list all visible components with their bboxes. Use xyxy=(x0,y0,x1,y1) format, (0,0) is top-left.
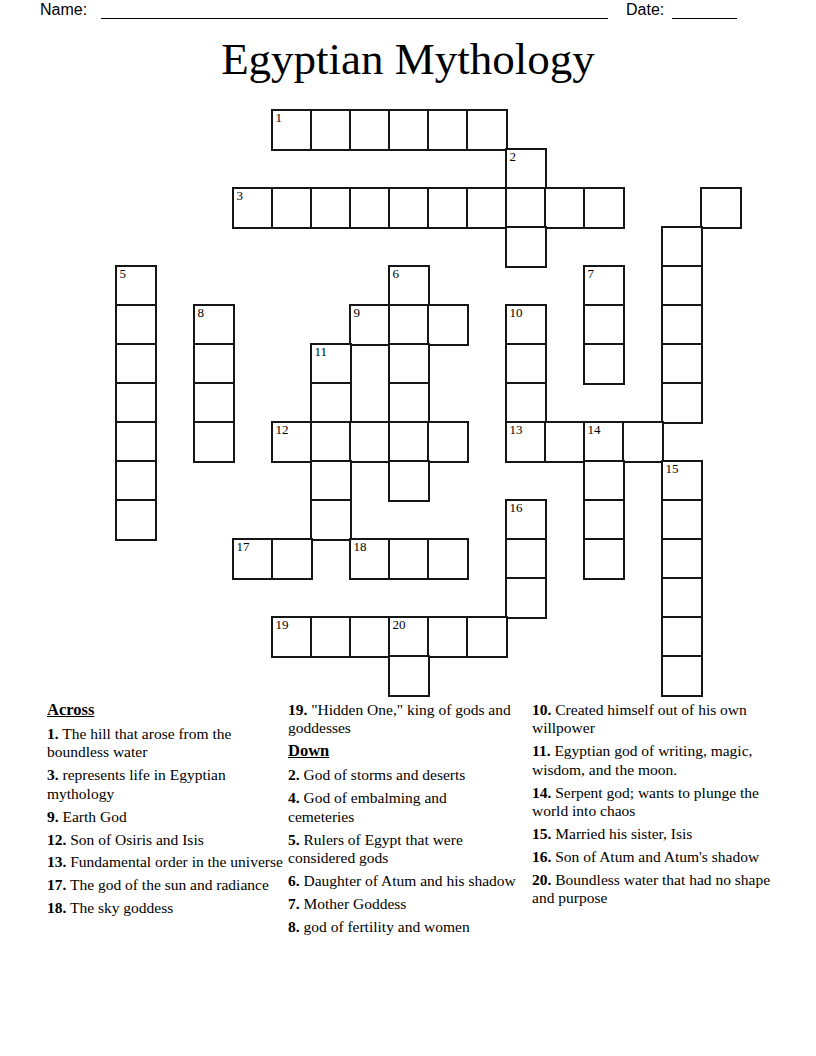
cell-number-6: 6 xyxy=(393,267,400,281)
cell-number-15: 15 xyxy=(666,462,679,476)
cell-r13c8[interactable] xyxy=(427,616,469,658)
cell-r13c6[interactable] xyxy=(349,616,391,658)
cell-r4c14[interactable] xyxy=(661,265,703,307)
cell-r0c4[interactable]: 1 xyxy=(271,109,313,151)
cell-number-8: 8 xyxy=(198,306,205,320)
cell-r13c5[interactable] xyxy=(310,616,352,658)
clue-6-down: 6. Daughter of Atum and his shadow xyxy=(288,872,516,890)
cell-r7c0[interactable] xyxy=(115,382,157,424)
cell-r14c14[interactable] xyxy=(661,655,703,697)
cell-r11c4[interactable] xyxy=(271,538,313,580)
across-heading: Across xyxy=(47,701,289,719)
cell-r1c10[interactable]: 2 xyxy=(505,148,547,190)
cell-r11c6[interactable]: 18 xyxy=(349,538,391,580)
clue-3-across: 3. represents life in Egyptian mythology xyxy=(47,766,289,803)
cell-number-14: 14 xyxy=(588,423,601,437)
crossword-grid: 123567891011121314151617181920 xyxy=(115,109,703,697)
cell-r10c12[interactable] xyxy=(583,499,625,541)
cell-r2c12[interactable] xyxy=(583,187,625,229)
cell-r5c14[interactable] xyxy=(661,304,703,346)
cell-r11c10[interactable] xyxy=(505,538,547,580)
cell-r7c7[interactable] xyxy=(388,382,430,424)
cell-r9c5[interactable] xyxy=(310,460,352,502)
cell-number-3: 3 xyxy=(237,189,244,203)
cell-r6c14[interactable] xyxy=(661,343,703,385)
cell-r4c7[interactable]: 6 xyxy=(388,265,430,307)
clue-2-down: 2. God of storms and deserts xyxy=(288,766,516,784)
clue-7-down: 7. Mother Goddess xyxy=(288,895,516,913)
cell-r10c5[interactable] xyxy=(310,499,352,541)
cell-r8c4[interactable]: 12 xyxy=(271,421,313,463)
cell-r2c8[interactable] xyxy=(427,187,469,229)
cell-r8c7[interactable] xyxy=(388,421,430,463)
cell-r2c15[interactable] xyxy=(700,187,742,229)
cell-number-2: 2 xyxy=(510,150,517,164)
cell-number-12: 12 xyxy=(276,423,289,437)
cell-r11c3[interactable]: 17 xyxy=(232,538,274,580)
cell-r14c7[interactable] xyxy=(388,655,430,697)
cell-r3c14[interactable] xyxy=(661,226,703,268)
cell-number-20: 20 xyxy=(393,618,406,632)
name-label: Name: xyxy=(40,2,87,18)
cell-number-18: 18 xyxy=(354,540,367,554)
cell-r9c7[interactable] xyxy=(388,460,430,502)
cell-r2c11[interactable] xyxy=(544,187,586,229)
cell-r7c2[interactable] xyxy=(193,382,235,424)
cell-r2c9[interactable] xyxy=(466,187,508,229)
cell-r10c14[interactable] xyxy=(661,499,703,541)
clues-column-3: 10. Created himself out of his own willp… xyxy=(532,701,774,912)
clues-column-2: 19. "Hidden One," king of gods and godde… xyxy=(288,701,516,941)
cell-r5c12[interactable] xyxy=(583,304,625,346)
clue-17-across: 17. The god of the sun and radiance xyxy=(47,876,289,894)
cell-r5c6[interactable]: 9 xyxy=(349,304,391,346)
cell-r9c14[interactable]: 15 xyxy=(661,460,703,502)
cell-r9c12[interactable] xyxy=(583,460,625,502)
cell-number-13: 13 xyxy=(510,423,523,437)
cell-r2c10[interactable] xyxy=(505,187,547,229)
cell-number-17: 17 xyxy=(237,540,250,554)
worksheet: Name: Date: Egyptian Mythology 123567891… xyxy=(0,0,816,1056)
cell-r11c12[interactable] xyxy=(583,538,625,580)
cell-number-5: 5 xyxy=(120,267,127,281)
cell-r5c8[interactable] xyxy=(427,304,469,346)
cell-r13c7[interactable]: 20 xyxy=(388,616,430,658)
cell-r0c5[interactable] xyxy=(310,109,352,151)
name-fill-in-line[interactable] xyxy=(101,17,608,19)
date-fill-in-line[interactable] xyxy=(672,17,737,19)
cell-r5c0[interactable] xyxy=(115,304,157,346)
cell-r13c9[interactable] xyxy=(466,616,508,658)
cell-r12c10[interactable] xyxy=(505,577,547,619)
cell-r7c10[interactable] xyxy=(505,382,547,424)
cell-r2c3[interactable]: 3 xyxy=(232,187,274,229)
cell-r9c0[interactable] xyxy=(115,460,157,502)
page-title: Egyptian Mythology xyxy=(0,33,816,85)
cell-r8c2[interactable] xyxy=(193,421,235,463)
cell-r2c4[interactable] xyxy=(271,187,313,229)
cell-number-7: 7 xyxy=(588,267,595,281)
cell-r2c7[interactable] xyxy=(388,187,430,229)
cell-number-1: 1 xyxy=(276,111,283,125)
cell-r8c6[interactable] xyxy=(349,421,391,463)
cell-r8c11[interactable] xyxy=(544,421,586,463)
cell-r5c10[interactable]: 10 xyxy=(505,304,547,346)
clue-4-down: 4. God of embalming and cemeteries xyxy=(288,789,516,826)
cell-r5c7[interactable] xyxy=(388,304,430,346)
cell-r6c0[interactable] xyxy=(115,343,157,385)
cell-number-10: 10 xyxy=(510,306,523,320)
clue-1-across: 1. The hill that arose from the boundles… xyxy=(47,725,289,762)
cell-r0c9[interactable] xyxy=(466,109,508,151)
cell-r11c8[interactable] xyxy=(427,538,469,580)
cell-r6c12[interactable] xyxy=(583,343,625,385)
cell-number-9: 9 xyxy=(354,306,361,320)
cell-r6c10[interactable] xyxy=(505,343,547,385)
down-heading: Down xyxy=(288,742,516,760)
cell-r6c7[interactable] xyxy=(388,343,430,385)
clue-16-down: 16. Son of Atum and Atum's shadow xyxy=(532,848,774,866)
cell-r5c2[interactable]: 8 xyxy=(193,304,235,346)
cell-r7c14[interactable] xyxy=(661,382,703,424)
cell-number-11: 11 xyxy=(315,345,328,359)
date-label: Date: xyxy=(626,2,664,18)
cell-r8c10[interactable]: 13 xyxy=(505,421,547,463)
clue-11-down: 11. Egyptian god of writing, magic, wisd… xyxy=(532,742,774,779)
cell-r4c12[interactable]: 7 xyxy=(583,265,625,307)
cell-r0c6[interactable] xyxy=(349,109,391,151)
cell-r8c5[interactable] xyxy=(310,421,352,463)
cell-r3c10[interactable] xyxy=(505,226,547,268)
clue-13-across: 13. Fundamental order in the universe xyxy=(47,853,289,871)
cell-r7c5[interactable] xyxy=(310,382,352,424)
cell-r2c6[interactable] xyxy=(349,187,391,229)
cell-r8c12[interactable]: 14 xyxy=(583,421,625,463)
clue-19-across: 19. "Hidden One," king of gods and godde… xyxy=(288,701,516,738)
cell-r8c8[interactable] xyxy=(427,421,469,463)
cell-r0c8[interactable] xyxy=(427,109,469,151)
cell-r13c14[interactable] xyxy=(661,616,703,658)
clue-8-down: 8. god of fertility and women xyxy=(288,918,516,936)
cell-r6c2[interactable] xyxy=(193,343,235,385)
cell-r4c0[interactable]: 5 xyxy=(115,265,157,307)
cell-r8c13[interactable] xyxy=(622,421,664,463)
cell-r10c10[interactable]: 16 xyxy=(505,499,547,541)
clue-9-across: 9. Earth God xyxy=(47,808,289,826)
cell-number-16: 16 xyxy=(510,501,523,515)
clue-14-down: 14. Serpent god; wants to plunge the wor… xyxy=(532,784,774,821)
clue-10-down: 10. Created himself out of his own willp… xyxy=(532,701,774,738)
cell-r12c14[interactable] xyxy=(661,577,703,619)
clues-column-1: Across 1. The hill that arose from the b… xyxy=(47,701,289,922)
clue-5-down: 5. Rulers of Egypt that were considered … xyxy=(288,831,516,868)
cell-r6c5[interactable]: 11 xyxy=(310,343,352,385)
cell-r0c7[interactable] xyxy=(388,109,430,151)
cell-r10c0[interactable] xyxy=(115,499,157,541)
cell-r13c4[interactable]: 19 xyxy=(271,616,313,658)
cell-r11c14[interactable] xyxy=(661,538,703,580)
cell-r2c5[interactable] xyxy=(310,187,352,229)
clue-15-down: 15. Married his sister, Isis xyxy=(532,825,774,843)
cell-r11c7[interactable] xyxy=(388,538,430,580)
cell-number-19: 19 xyxy=(276,618,289,632)
clue-18-across: 18. The sky goddess xyxy=(47,899,289,917)
cell-r8c0[interactable] xyxy=(115,421,157,463)
clue-12-across: 12. Son of Osiris and Isis xyxy=(47,831,289,849)
clue-20-down: 20. Boundless water that had no shape an… xyxy=(532,871,774,908)
